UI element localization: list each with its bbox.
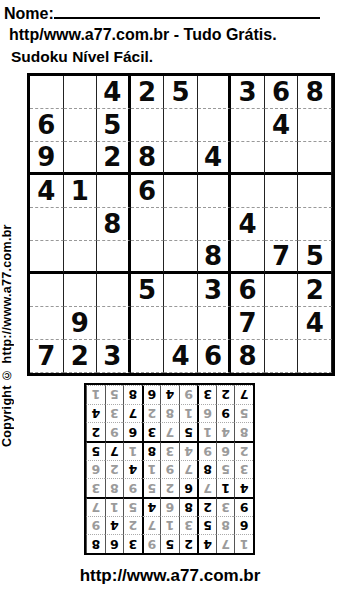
solution-cell: 1 [197, 422, 216, 441]
solution-cell: 4 [197, 534, 216, 553]
sudoku-cell [298, 340, 332, 373]
sudoku-cell [97, 274, 131, 307]
solution-cell: 2 [123, 516, 142, 535]
name-label: Nome: [4, 5, 54, 22]
solution-cell: 9 [123, 478, 142, 497]
solution-cell: 4 [142, 497, 161, 516]
sudoku-cell [265, 340, 299, 373]
sudoku-cell [231, 241, 265, 274]
solution-cell: 1 [216, 478, 235, 497]
sudoku-cell: 5 [298, 241, 332, 274]
solution-cell: 7 [160, 422, 179, 441]
solution-cell: 8 [105, 478, 124, 497]
solution-cell: 4 [86, 404, 105, 423]
sudoku-cell [231, 175, 265, 208]
solution-cell: 9 [234, 497, 253, 516]
sudoku-board: 4253686549284416848755362974723468 [27, 73, 335, 376]
sudoku-cell [298, 109, 332, 142]
solution-cell: 5 [216, 460, 235, 479]
solution-cell: 4 [123, 460, 142, 479]
sudoku-cell [64, 208, 98, 241]
sudoku-cell [64, 76, 98, 109]
sudoku-cell [164, 142, 198, 175]
solution-cell: 6 [123, 422, 142, 441]
sudoku-cell: 7 [231, 307, 265, 340]
sudoku-cell [164, 175, 198, 208]
sudoku-cell [198, 307, 232, 340]
sudoku-cell: 2 [64, 340, 98, 373]
solution-cell: 3 [234, 460, 253, 479]
sudoku-cell [131, 340, 165, 373]
solution-cell: 7 [216, 534, 235, 553]
sudoku-cell: 5 [131, 274, 165, 307]
solution-cell: 4 [179, 441, 198, 460]
solution-cell: 5 [179, 422, 198, 441]
sudoku-cell [198, 109, 232, 142]
sudoku-cell: 4 [231, 208, 265, 241]
solution-cell: 7 [197, 478, 216, 497]
sudoku-cell [30, 241, 64, 274]
solution-cell: 5 [234, 404, 253, 423]
solution-cell: 5 [197, 516, 216, 535]
solution-cell: 5 [86, 441, 105, 460]
solution-cell: 1 [160, 516, 179, 535]
sudoku-cell: 9 [30, 142, 64, 175]
footer-url: http://www.a77.com.br [0, 566, 340, 586]
solution-cell: 5 [160, 534, 179, 553]
solution-cell: 6 [197, 404, 216, 423]
sudoku-cell [198, 208, 232, 241]
sudoku-cell: 9 [64, 307, 98, 340]
solution-cell: 6 [142, 385, 161, 404]
solution-cell: 1 [86, 385, 105, 404]
sudoku-cell: 4 [265, 109, 299, 142]
sudoku-cell: 3 [231, 76, 265, 109]
solution-cell: 2 [142, 404, 161, 423]
solution-cell: 8 [160, 404, 179, 423]
solution-cell: 7 [179, 460, 198, 479]
solution-cell: 6 [105, 534, 124, 553]
solution-cell: 4 [160, 385, 179, 404]
solution-cell: 8 [234, 422, 253, 441]
solution-cell: 3 [123, 534, 142, 553]
solution-cell: 7 [142, 516, 161, 535]
solution-cell: 2 [86, 422, 105, 441]
sudoku-cell: 4 [164, 340, 198, 373]
solution-cell: 9 [86, 516, 105, 535]
sudoku-cell [97, 307, 131, 340]
sudoku-cell [131, 109, 165, 142]
sudoku-cell [164, 307, 198, 340]
sudoku-cell: 6 [231, 274, 265, 307]
solution-cell: 8 [216, 516, 235, 535]
solution-cell: 3 [160, 441, 179, 460]
sudoku-cell [97, 241, 131, 274]
sudoku-cell [164, 274, 198, 307]
solution-cell: 6 [216, 441, 235, 460]
sudoku-cell [265, 175, 299, 208]
solution-cell: 1 [234, 534, 253, 553]
solution-cell: 2 [216, 385, 235, 404]
copyright-vertical-text: Copyright © http://www.a77.com.br [0, 73, 17, 447]
solution-cell: 3 [86, 478, 105, 497]
sudoku-cell: 3 [198, 274, 232, 307]
sudoku-cell [30, 76, 64, 109]
solution-cell: 1 [179, 404, 198, 423]
sudoku-cell: 7 [30, 340, 64, 373]
sudoku-cell [298, 208, 332, 241]
solution-cell: 9 [216, 404, 235, 423]
solution-cell: 7 [234, 385, 253, 404]
solution-cell: 8 [123, 385, 142, 404]
solution-cell: 5 [105, 385, 124, 404]
sudoku-cell: 6 [265, 76, 299, 109]
sudoku-cell: 8 [231, 340, 265, 373]
solution-cell: 3 [216, 497, 235, 516]
sudoku-cell [64, 274, 98, 307]
sudoku-cell [164, 241, 198, 274]
solution-cell: 3 [142, 422, 161, 441]
sudoku-cell [231, 142, 265, 175]
sudoku-cell [30, 208, 64, 241]
sudoku-cell [30, 274, 64, 307]
sudoku-cell: 4 [97, 76, 131, 109]
sudoku-cell [131, 208, 165, 241]
sudoku-cell: 4 [198, 142, 232, 175]
sudoku-cell [64, 109, 98, 142]
sudoku-cell [265, 307, 299, 340]
solution-cell: 7 [86, 497, 105, 516]
sudoku-cell [265, 142, 299, 175]
solution-cell: 7 [105, 441, 124, 460]
sudoku-cell: 4 [298, 307, 332, 340]
solution-cell: 2 [234, 441, 253, 460]
sudoku-cell: 5 [97, 109, 131, 142]
solution-cell: 1 [142, 460, 161, 479]
solution-cell: 3 [197, 385, 216, 404]
solution-cell: 9 [160, 460, 179, 479]
sudoku-cell: 8 [298, 76, 332, 109]
sudoku-cell [164, 109, 198, 142]
solution-cell: 6 [234, 516, 253, 535]
sudoku-cell [30, 307, 64, 340]
solution-cell: 8 [179, 497, 198, 516]
sudoku-cell: 5 [164, 76, 198, 109]
solution-cell: 6 [86, 460, 105, 479]
solution-cell: 5 [123, 497, 142, 516]
solution-cell: 9 [105, 422, 124, 441]
solution-cell: 6 [160, 497, 179, 516]
sudoku-cell: 4 [30, 175, 64, 208]
sudoku-cell [198, 76, 232, 109]
solution-cell: 2 [197, 497, 216, 516]
sudoku-cell [198, 175, 232, 208]
solution-cell: 8 [197, 460, 216, 479]
sudoku-cell: 2 [298, 274, 332, 307]
solution-cell: 4 [216, 422, 235, 441]
name-blank-line [54, 4, 320, 19]
sudoku-cell: 8 [198, 241, 232, 274]
solution-cell: 5 [142, 478, 161, 497]
sudoku-cell [231, 109, 265, 142]
puzzle-title: Sudoku Nível Fácil. [11, 48, 153, 66]
solution-cell: 9 [197, 441, 216, 460]
sudoku-cell [298, 142, 332, 175]
sudoku-cell [265, 274, 299, 307]
sudoku-cell [97, 175, 131, 208]
solution-cell: 3 [179, 516, 198, 535]
sudoku-cell [131, 241, 165, 274]
sudoku-cell: 1 [64, 175, 98, 208]
sudoku-cell: 2 [97, 142, 131, 175]
sudoku-cell [64, 241, 98, 274]
site-header-text: http/www.a77.com.br - Tudo Grátis. [9, 26, 277, 44]
solution-cell: 7 [123, 404, 142, 423]
sudoku-cell: 6 [30, 109, 64, 142]
solution-cell: 3 [105, 404, 124, 423]
solution-cell: 2 [105, 460, 124, 479]
sudoku-cell: 8 [131, 142, 165, 175]
solution-cell: 8 [86, 534, 105, 553]
solution-cell: 9 [142, 534, 161, 553]
sudoku-cell [164, 208, 198, 241]
sudoku-cell: 8 [97, 208, 131, 241]
sudoku-cell: 7 [265, 241, 299, 274]
solution-cell: 1 [105, 497, 124, 516]
sudoku-cell [265, 208, 299, 241]
sudoku-cell [64, 142, 98, 175]
sudoku-cell [131, 307, 165, 340]
solution-cell: 2 [179, 534, 198, 553]
sudoku-cell: 3 [97, 340, 131, 373]
solution-cell: 6 [179, 478, 198, 497]
sudoku-cell: 6 [198, 340, 232, 373]
sudoku-cell [298, 175, 332, 208]
solution-cell: 9 [179, 385, 198, 404]
solution-cell: 4 [234, 478, 253, 497]
sudoku-solution-board-rotated: 1742593686853172499328645174176259833587… [84, 383, 255, 555]
sudoku-cell: 2 [131, 76, 165, 109]
solution-cell: 8 [142, 441, 161, 460]
sudoku-cell: 6 [131, 175, 165, 208]
name-row: Nome: [4, 4, 336, 23]
solution-cell: 1 [123, 441, 142, 460]
solution-cell: 2 [160, 478, 179, 497]
solution-cell: 4 [105, 516, 124, 535]
